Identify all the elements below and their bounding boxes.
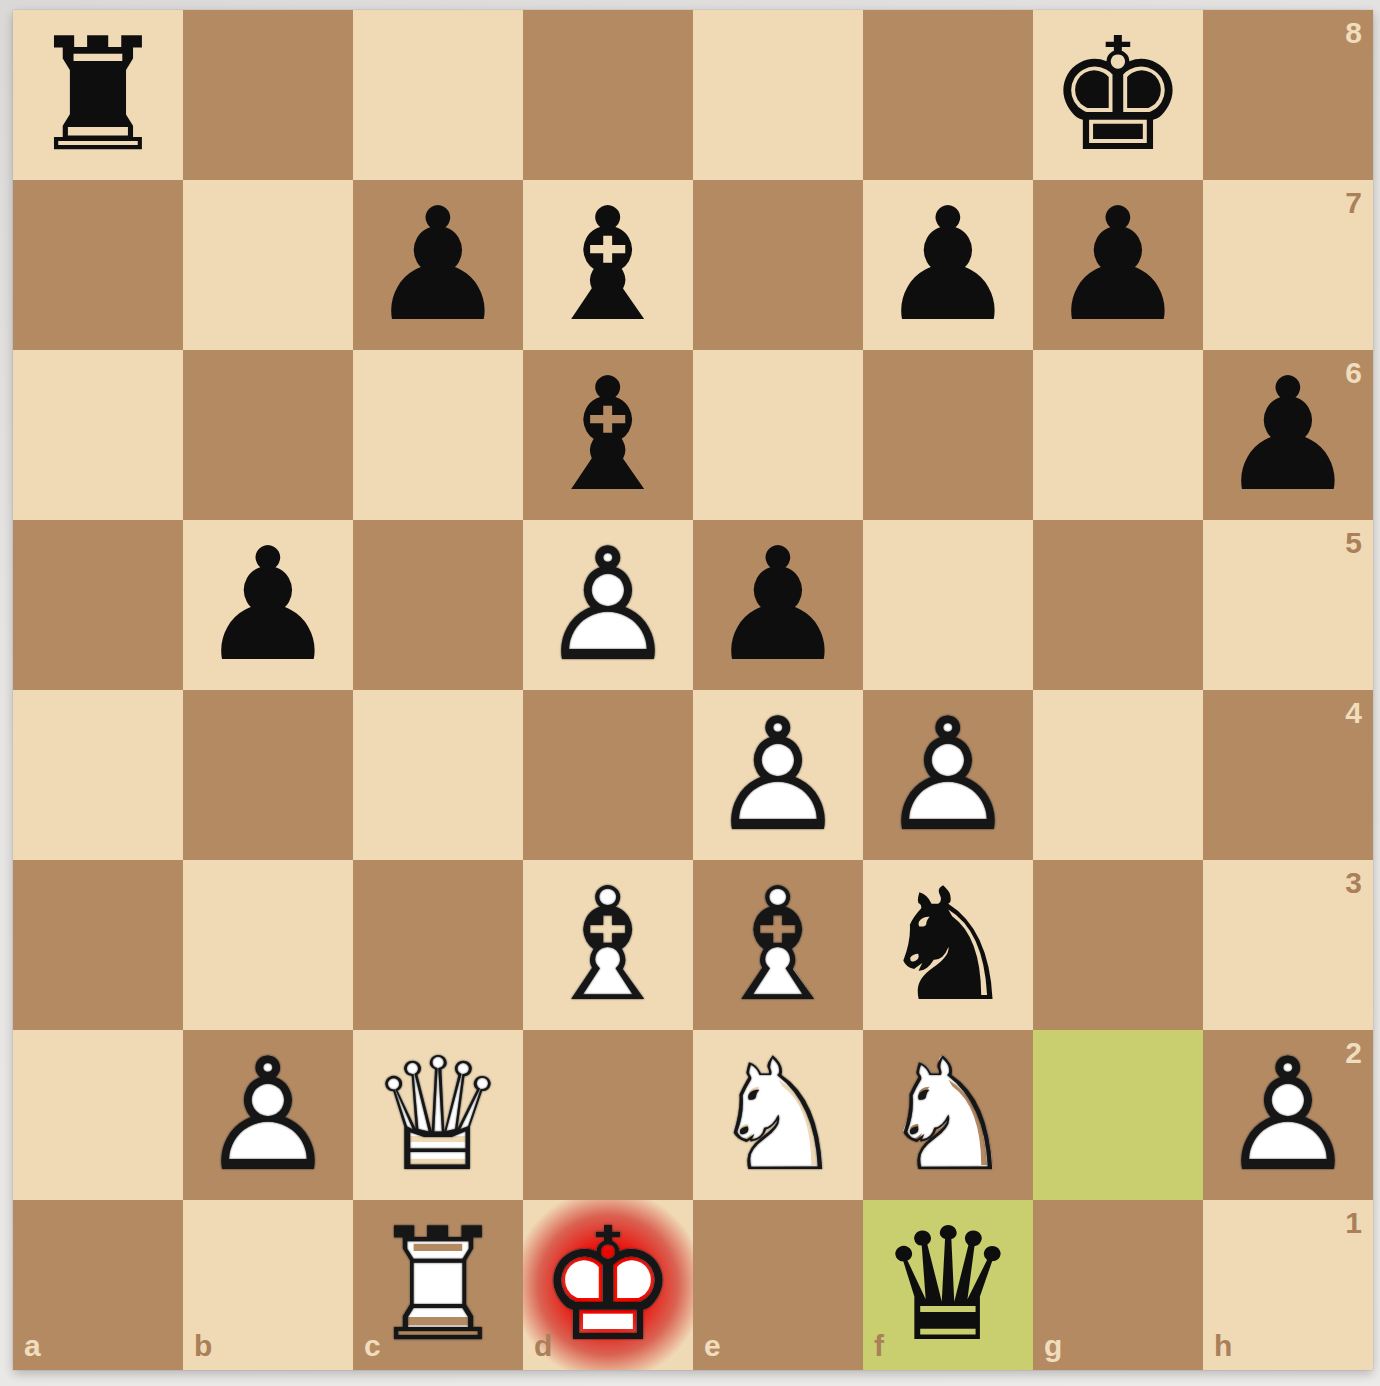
square-h1[interactable]: 1h xyxy=(1203,1200,1373,1370)
chess-board: ♜♚8♟♝♟♟7♝♟6♟♟♙♟5♟♙♟♙4♝♗♝♗♞3♟♙♛♕♞♘♞♘♟♙2ab… xyxy=(13,10,1373,1370)
square-b8[interactable] xyxy=(183,10,353,180)
square-f2[interactable]: ♞♘ xyxy=(863,1030,1033,1200)
square-d4[interactable] xyxy=(523,690,693,860)
file-label-e: e xyxy=(704,1331,721,1361)
black-bishop[interactable]: ♝ xyxy=(523,350,693,520)
square-g1[interactable]: g xyxy=(1033,1200,1203,1370)
black-king[interactable]: ♚ xyxy=(1033,10,1203,180)
white-bishop[interactable]: ♝♗ xyxy=(523,860,693,1030)
square-c8[interactable] xyxy=(353,10,523,180)
square-d1[interactable]: ♚♔d xyxy=(523,1200,693,1370)
square-f1[interactable]: ♛f xyxy=(863,1200,1033,1370)
square-b3[interactable] xyxy=(183,860,353,1030)
square-g3[interactable] xyxy=(1033,860,1203,1030)
square-c1[interactable]: ♜♖c xyxy=(353,1200,523,1370)
square-f3[interactable]: ♞ xyxy=(863,860,1033,1030)
square-f6[interactable] xyxy=(863,350,1033,520)
white-pawn[interactable]: ♟♙ xyxy=(693,690,863,860)
square-b2[interactable]: ♟♙ xyxy=(183,1030,353,1200)
square-b4[interactable] xyxy=(183,690,353,860)
square-h7[interactable]: 7 xyxy=(1203,180,1373,350)
white-queen[interactable]: ♛♕ xyxy=(353,1030,523,1200)
square-f4[interactable]: ♟♙ xyxy=(863,690,1033,860)
square-b5[interactable]: ♟ xyxy=(183,520,353,690)
black-queen[interactable]: ♛ xyxy=(863,1200,1033,1370)
square-e7[interactable] xyxy=(693,180,863,350)
square-e6[interactable] xyxy=(693,350,863,520)
white-pawn[interactable]: ♟♙ xyxy=(863,690,1033,860)
square-a4[interactable] xyxy=(13,690,183,860)
rank-label-4: 4 xyxy=(1345,698,1362,728)
square-c7[interactable]: ♟ xyxy=(353,180,523,350)
black-pawn[interactable]: ♟ xyxy=(863,180,1033,350)
white-knight[interactable]: ♞♘ xyxy=(863,1030,1033,1200)
square-e4[interactable]: ♟♙ xyxy=(693,690,863,860)
square-f8[interactable] xyxy=(863,10,1033,180)
square-a7[interactable] xyxy=(13,180,183,350)
square-d5[interactable]: ♟♙ xyxy=(523,520,693,690)
white-rook[interactable]: ♜♖ xyxy=(353,1200,523,1370)
square-g7[interactable]: ♟ xyxy=(1033,180,1203,350)
square-e2[interactable]: ♞♘ xyxy=(693,1030,863,1200)
square-e1[interactable]: e xyxy=(693,1200,863,1370)
rank-label-3: 3 xyxy=(1345,868,1362,898)
square-b1[interactable]: b xyxy=(183,1200,353,1370)
square-a2[interactable] xyxy=(13,1030,183,1200)
square-a5[interactable] xyxy=(13,520,183,690)
square-d8[interactable] xyxy=(523,10,693,180)
white-pawn[interactable]: ♟♙ xyxy=(523,520,693,690)
square-f7[interactable]: ♟ xyxy=(863,180,1033,350)
square-c5[interactable] xyxy=(353,520,523,690)
white-pawn[interactable]: ♟♙ xyxy=(183,1030,353,1200)
square-h4[interactable]: 4 xyxy=(1203,690,1373,860)
white-knight[interactable]: ♞♘ xyxy=(693,1030,863,1200)
square-a3[interactable] xyxy=(13,860,183,1030)
square-a8[interactable]: ♜ xyxy=(13,10,183,180)
black-pawn[interactable]: ♟ xyxy=(1203,350,1373,520)
rank-label-5: 5 xyxy=(1345,528,1362,558)
file-label-g: g xyxy=(1044,1331,1062,1361)
square-a6[interactable] xyxy=(13,350,183,520)
square-g5[interactable] xyxy=(1033,520,1203,690)
square-c3[interactable] xyxy=(353,860,523,1030)
file-label-b: b xyxy=(194,1331,212,1361)
square-e5[interactable]: ♟ xyxy=(693,520,863,690)
square-g2[interactable] xyxy=(1033,1030,1203,1200)
black-bishop[interactable]: ♝ xyxy=(523,180,693,350)
square-c4[interactable] xyxy=(353,690,523,860)
black-pawn[interactable]: ♟ xyxy=(353,180,523,350)
rank-label-8: 8 xyxy=(1345,18,1362,48)
square-f5[interactable] xyxy=(863,520,1033,690)
rank-label-7: 7 xyxy=(1345,188,1362,218)
square-h3[interactable]: 3 xyxy=(1203,860,1373,1030)
file-label-a: a xyxy=(24,1331,41,1361)
black-pawn[interactable]: ♟ xyxy=(1033,180,1203,350)
square-d7[interactable]: ♝ xyxy=(523,180,693,350)
square-e8[interactable] xyxy=(693,10,863,180)
square-e3[interactable]: ♝♗ xyxy=(693,860,863,1030)
file-label-h: h xyxy=(1214,1331,1232,1361)
square-h5[interactable]: 5 xyxy=(1203,520,1373,690)
square-g6[interactable] xyxy=(1033,350,1203,520)
square-a1[interactable]: a xyxy=(13,1200,183,1370)
black-knight[interactable]: ♞ xyxy=(863,860,1033,1030)
rank-label-1: 1 xyxy=(1345,1208,1362,1238)
white-bishop[interactable]: ♝♗ xyxy=(693,860,863,1030)
square-h8[interactable]: 8 xyxy=(1203,10,1373,180)
black-pawn[interactable]: ♟ xyxy=(693,520,863,690)
square-c2[interactable]: ♛♕ xyxy=(353,1030,523,1200)
square-d2[interactable] xyxy=(523,1030,693,1200)
square-b7[interactable] xyxy=(183,180,353,350)
square-d6[interactable]: ♝ xyxy=(523,350,693,520)
square-g4[interactable] xyxy=(1033,690,1203,860)
white-king[interactable]: ♚♔ xyxy=(523,1200,693,1370)
black-rook[interactable]: ♜ xyxy=(13,10,183,180)
square-b6[interactable] xyxy=(183,350,353,520)
square-d3[interactable]: ♝♗ xyxy=(523,860,693,1030)
white-pawn[interactable]: ♟♙ xyxy=(1203,1030,1373,1200)
square-h2[interactable]: ♟♙2 xyxy=(1203,1030,1373,1200)
black-pawn[interactable]: ♟ xyxy=(183,520,353,690)
square-h6[interactable]: ♟6 xyxy=(1203,350,1373,520)
square-g8[interactable]: ♚ xyxy=(1033,10,1203,180)
square-c6[interactable] xyxy=(353,350,523,520)
